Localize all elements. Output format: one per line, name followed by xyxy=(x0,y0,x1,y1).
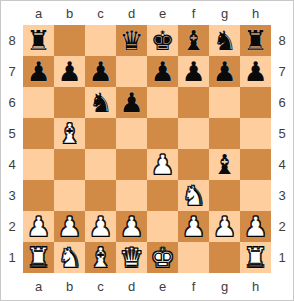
square-b3[interactable] xyxy=(54,180,85,211)
square-b4[interactable] xyxy=(54,149,85,180)
file-label-bottom-d: d xyxy=(116,273,147,300)
square-e4[interactable]: ♟ xyxy=(147,149,178,180)
square-h3[interactable] xyxy=(240,180,271,211)
square-c6[interactable]: ♞ xyxy=(85,87,116,118)
rank-label-right-7: 7 xyxy=(271,56,293,87)
rank-label-right-5: 5 xyxy=(271,118,293,149)
piece-white-rook-h1: ♜ xyxy=(243,242,267,273)
square-e3[interactable] xyxy=(147,180,178,211)
square-a5[interactable] xyxy=(23,118,54,149)
file-label-bottom-g: g xyxy=(209,273,240,300)
square-e6[interactable] xyxy=(147,87,178,118)
square-d8[interactable]: ♛ xyxy=(116,25,147,56)
file-label-top-c: c xyxy=(85,1,116,25)
piece-black-bishop-g4: ♝ xyxy=(212,149,236,180)
square-g8[interactable]: ♞ xyxy=(209,25,240,56)
square-a6[interactable] xyxy=(23,87,54,118)
piece-black-pawn-f7: ♟ xyxy=(181,56,205,87)
rank-label-right-4: 4 xyxy=(271,149,293,180)
rank-label-left-4: 4 xyxy=(1,149,23,180)
piece-black-pawn-e7: ♟ xyxy=(150,56,174,87)
file-label-top-a: a xyxy=(23,1,54,25)
file-label-bottom-e: e xyxy=(147,273,178,300)
square-h1[interactable]: ♜ xyxy=(240,242,271,273)
square-f3[interactable]: ♞ xyxy=(178,180,209,211)
rank-label-left-3: 3 xyxy=(1,180,23,211)
rank-label-left-2: 2 xyxy=(1,211,23,242)
square-f1[interactable] xyxy=(178,242,209,273)
square-g2[interactable]: ♟ xyxy=(209,211,240,242)
square-d3[interactable] xyxy=(116,180,147,211)
square-a7[interactable]: ♟ xyxy=(23,56,54,87)
square-g6[interactable] xyxy=(209,87,240,118)
piece-white-pawn-e4: ♟ xyxy=(150,149,174,180)
piece-white-pawn-f2: ♟ xyxy=(181,211,205,242)
piece-white-pawn-a2: ♟ xyxy=(26,211,50,242)
square-f6[interactable] xyxy=(178,87,209,118)
square-b1[interactable]: ♞ xyxy=(54,242,85,273)
square-a1[interactable]: ♜ xyxy=(23,242,54,273)
square-g7[interactable]: ♟ xyxy=(209,56,240,87)
rank-label-left-7: 7 xyxy=(1,56,23,87)
square-b6[interactable] xyxy=(54,87,85,118)
square-f5[interactable] xyxy=(178,118,209,149)
piece-black-knight-g8: ♞ xyxy=(212,25,236,56)
piece-black-pawn-d6: ♟ xyxy=(119,87,143,118)
file-label-bottom-a: a xyxy=(23,273,54,300)
square-c8[interactable] xyxy=(85,25,116,56)
square-h2[interactable]: ♟ xyxy=(240,211,271,242)
square-e1[interactable]: ♚ xyxy=(147,242,178,273)
square-a3[interactable] xyxy=(23,180,54,211)
square-h4[interactable] xyxy=(240,149,271,180)
piece-white-pawn-g2: ♟ xyxy=(212,211,236,242)
file-label-top-g: g xyxy=(209,1,240,25)
square-c1[interactable]: ♝ xyxy=(85,242,116,273)
file-label-top-b: b xyxy=(54,1,85,25)
square-b7[interactable]: ♟ xyxy=(54,56,85,87)
piece-black-pawn-c7: ♟ xyxy=(88,56,112,87)
square-f8[interactable]: ♝ xyxy=(178,25,209,56)
piece-white-pawn-d2: ♟ xyxy=(119,211,143,242)
file-label-top-f: f xyxy=(178,1,209,25)
piece-white-rook-a1: ♜ xyxy=(26,242,50,273)
piece-white-king-e1: ♚ xyxy=(150,242,174,273)
square-c2[interactable]: ♟ xyxy=(85,211,116,242)
file-label-bottom-c: c xyxy=(85,273,116,300)
square-a2[interactable]: ♟ xyxy=(23,211,54,242)
piece-black-king-e8: ♚ xyxy=(150,25,174,56)
file-label-top-e: e xyxy=(147,1,178,25)
square-h5[interactable] xyxy=(240,118,271,149)
piece-white-bishop-b5: ♝ xyxy=(57,118,81,149)
piece-white-pawn-b2: ♟ xyxy=(57,211,81,242)
square-d5[interactable] xyxy=(116,118,147,149)
square-h6[interactable] xyxy=(240,87,271,118)
corner-bottom-right xyxy=(271,273,293,300)
square-g5[interactable] xyxy=(209,118,240,149)
corner-top-right xyxy=(271,1,293,25)
piece-white-pawn-h2: ♟ xyxy=(243,211,267,242)
piece-white-knight-f3: ♞ xyxy=(181,180,205,211)
corner-top-left xyxy=(1,1,23,25)
square-c3[interactable] xyxy=(85,180,116,211)
file-label-top-h: h xyxy=(240,1,271,25)
square-f7[interactable]: ♟ xyxy=(178,56,209,87)
square-d4[interactable] xyxy=(116,149,147,180)
square-c5[interactable] xyxy=(85,118,116,149)
square-h8[interactable]: ♜ xyxy=(240,25,271,56)
square-b8[interactable] xyxy=(54,25,85,56)
square-g1[interactable] xyxy=(209,242,240,273)
piece-black-pawn-b7: ♟ xyxy=(57,56,81,87)
square-c4[interactable] xyxy=(85,149,116,180)
square-d1[interactable]: ♛ xyxy=(116,242,147,273)
square-e5[interactable] xyxy=(147,118,178,149)
piece-white-bishop-c1: ♝ xyxy=(88,242,112,273)
square-c7[interactable]: ♟ xyxy=(85,56,116,87)
square-e8[interactable]: ♚ xyxy=(147,25,178,56)
file-label-top-d: d xyxy=(116,1,147,25)
piece-black-queen-d8: ♛ xyxy=(119,25,143,56)
rank-label-right-8: 8 xyxy=(271,25,293,56)
piece-black-rook-a8: ♜ xyxy=(26,25,50,56)
piece-black-bishop-f8: ♝ xyxy=(181,25,205,56)
rank-label-right-1: 1 xyxy=(271,242,293,273)
square-h7[interactable]: ♟ xyxy=(240,56,271,87)
piece-white-queen-d1: ♛ xyxy=(119,242,143,273)
rank-label-right-3: 3 xyxy=(271,180,293,211)
square-b2[interactable]: ♟ xyxy=(54,211,85,242)
square-e7[interactable]: ♟ xyxy=(147,56,178,87)
piece-black-pawn-a7: ♟ xyxy=(26,56,50,87)
chess-diagram-frame: abcdefgh8♜♛♚♝♞♜87♟♟♟♟♟♟♟76♞♟65♝54♟♝43♞32… xyxy=(0,0,294,301)
rank-label-left-5: 5 xyxy=(1,118,23,149)
square-f4[interactable] xyxy=(178,149,209,180)
piece-white-knight-b1: ♞ xyxy=(57,242,81,273)
square-d6[interactable]: ♟ xyxy=(116,87,147,118)
square-a8[interactable]: ♜ xyxy=(23,25,54,56)
rank-label-left-1: 1 xyxy=(1,242,23,273)
rank-label-right-2: 2 xyxy=(271,211,293,242)
square-a4[interactable] xyxy=(23,149,54,180)
square-d7[interactable] xyxy=(116,56,147,87)
piece-black-pawn-h7: ♟ xyxy=(243,56,267,87)
piece-black-rook-h8: ♜ xyxy=(243,25,267,56)
piece-white-pawn-c2: ♟ xyxy=(88,211,112,242)
square-g4[interactable]: ♝ xyxy=(209,149,240,180)
square-d2[interactable]: ♟ xyxy=(116,211,147,242)
square-f2[interactable]: ♟ xyxy=(178,211,209,242)
file-label-bottom-h: h xyxy=(240,273,271,300)
file-label-bottom-b: b xyxy=(54,273,85,300)
piece-black-pawn-g7: ♟ xyxy=(212,56,236,87)
rank-label-right-6: 6 xyxy=(271,87,293,118)
rank-label-left-8: 8 xyxy=(1,25,23,56)
rank-label-left-6: 6 xyxy=(1,87,23,118)
piece-black-knight-c6: ♞ xyxy=(88,87,112,118)
chess-board: abcdefgh8♜♛♚♝♞♜87♟♟♟♟♟♟♟76♞♟65♝54♟♝43♞32… xyxy=(1,1,293,300)
square-e2[interactable] xyxy=(147,211,178,242)
square-g3[interactable] xyxy=(209,180,240,211)
corner-bottom-left xyxy=(1,273,23,300)
square-b5[interactable]: ♝ xyxy=(54,118,85,149)
file-label-bottom-f: f xyxy=(178,273,209,300)
